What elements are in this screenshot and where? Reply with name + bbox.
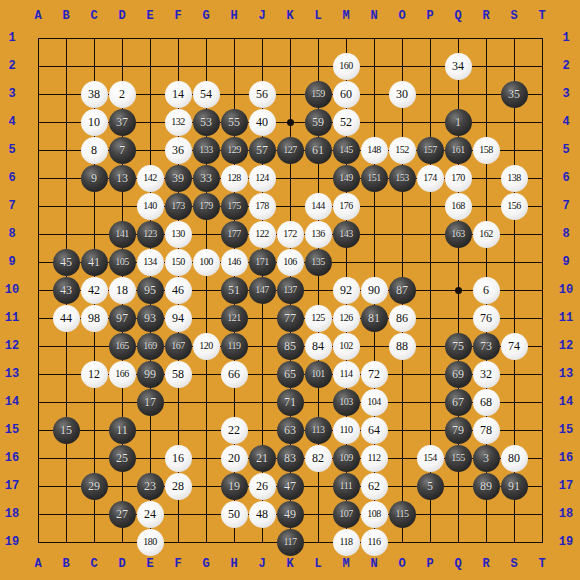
stone-D10[interactable]: 18 (109, 277, 136, 304)
stone-G3[interactable]: 54 (193, 81, 220, 108)
stone-F5[interactable]: 36 (165, 137, 192, 164)
stone-R17[interactable]: 89 (473, 473, 500, 500)
stone-M14[interactable]: 103 (333, 389, 360, 416)
stone-N19[interactable]: 116 (361, 529, 388, 556)
stone-H12[interactable]: 119 (221, 333, 248, 360)
stone-Q5[interactable]: 161 (445, 137, 472, 164)
stone-R14[interactable]: 68 (473, 389, 500, 416)
stone-J17[interactable]: 26 (249, 473, 276, 500)
stone-O6[interactable]: 153 (389, 165, 416, 192)
coordinate-label-row: 18 (553, 500, 579, 528)
stone-F8[interactable]: 130 (165, 221, 192, 248)
stone-L7[interactable]: 144 (305, 193, 332, 220)
stone-N14[interactable]: 104 (361, 389, 388, 416)
stone-L8[interactable]: 136 (305, 221, 332, 248)
stone-H16[interactable]: 20 (221, 445, 248, 472)
stone-M2[interactable]: 160 (333, 53, 360, 80)
stone-N11[interactable]: 81 (361, 305, 388, 332)
coordinate-label-row: 4 (553, 108, 579, 136)
coordinate-label-row: 2 (0, 52, 25, 80)
stone-N6[interactable]: 151 (361, 165, 388, 192)
coordinate-label-row: 16 (0, 444, 25, 472)
coordinate-label-row: 3 (0, 80, 25, 108)
stone-O11[interactable]: 86 (389, 305, 416, 332)
stone-D15[interactable]: 11 (109, 417, 136, 444)
coordinate-label-row: 14 (553, 388, 579, 416)
coordinate-label-row: 7 (553, 192, 579, 220)
stone-R10[interactable]: 6 (473, 277, 500, 304)
stone-Q14[interactable]: 67 (445, 389, 472, 416)
stone-N18[interactable]: 108 (361, 501, 388, 528)
coordinate-label-row: 11 (553, 304, 579, 332)
stone-Q6[interactable]: 170 (445, 165, 472, 192)
stone-L9[interactable]: 135 (305, 249, 332, 276)
stone-D16[interactable]: 25 (109, 445, 136, 472)
stone-H15[interactable]: 22 (221, 417, 248, 444)
stone-H18[interactable]: 50 (221, 501, 248, 528)
stone-H17[interactable]: 19 (221, 473, 248, 500)
coordinate-label-row: 5 (553, 136, 579, 164)
coordinate-label-row: 3 (553, 80, 579, 108)
stone-C9[interactable]: 41 (81, 249, 108, 276)
stone-L12[interactable]: 84 (305, 333, 332, 360)
stone-E14[interactable]: 17 (137, 389, 164, 416)
stone-M18[interactable]: 107 (333, 501, 360, 528)
stone-K11[interactable]: 77 (277, 305, 304, 332)
stone-L11[interactable]: 125 (305, 305, 332, 332)
coordinate-label-row: 8 (553, 220, 579, 248)
stone-R13[interactable]: 32 (473, 361, 500, 388)
stone-K15[interactable]: 63 (277, 417, 304, 444)
stone-L16[interactable]: 82 (305, 445, 332, 472)
stone-E7[interactable]: 140 (137, 193, 164, 220)
stone-C11[interactable]: 98 (81, 305, 108, 332)
stone-F9[interactable]: 150 (165, 249, 192, 276)
stone-L13[interactable]: 101 (305, 361, 332, 388)
stone-B9[interactable]: 45 (53, 249, 80, 276)
coordinate-label-row: 10 (553, 276, 579, 304)
coordinate-label-row: 6 (553, 164, 579, 192)
stone-Q15[interactable]: 79 (445, 417, 472, 444)
coordinate-label-row: 13 (553, 360, 579, 388)
stone-R8[interactable]: 162 (473, 221, 500, 248)
stone-F11[interactable]: 94 (165, 305, 192, 332)
stone-H11[interactable]: 121 (221, 305, 248, 332)
stone-F13[interactable]: 58 (165, 361, 192, 388)
stone-M10[interactable]: 92 (333, 277, 360, 304)
coordinate-label-row: 11 (0, 304, 25, 332)
row-labels-left: 12345678910111213141516171819 (0, 24, 25, 556)
stone-N17[interactable]: 62 (361, 473, 388, 500)
stone-H9[interactable]: 146 (221, 249, 248, 276)
stone-N15[interactable]: 64 (361, 417, 388, 444)
stone-F10[interactable]: 46 (165, 277, 192, 304)
coordinate-label-row: 6 (0, 164, 25, 192)
stone-E6[interactable]: 142 (137, 165, 164, 192)
stone-E9[interactable]: 134 (137, 249, 164, 276)
stone-M11[interactable]: 126 (333, 305, 360, 332)
stone-L5[interactable]: 61 (305, 137, 332, 164)
stone-K12[interactable]: 85 (277, 333, 304, 360)
stone-M8[interactable]: 143 (333, 221, 360, 248)
stone-K16[interactable]: 83 (277, 445, 304, 472)
stone-Q4[interactable]: 1 (445, 109, 472, 136)
row-labels-right: 12345678910111213141516171819 (553, 24, 579, 556)
stone-F6[interactable]: 39 (165, 165, 192, 192)
stone-C17[interactable]: 29 (81, 473, 108, 500)
stone-L15[interactable]: 113 (305, 417, 332, 444)
stone-D4[interactable]: 37 (109, 109, 136, 136)
stone-D18[interactable]: 27 (109, 501, 136, 528)
coordinate-label-row: 8 (0, 220, 25, 248)
stone-M4[interactable]: 52 (333, 109, 360, 136)
stone-E13[interactable]: 99 (137, 361, 164, 388)
stone-D13[interactable]: 166 (109, 361, 136, 388)
stone-M12[interactable]: 102 (333, 333, 360, 360)
stone-O10[interactable]: 87 (389, 277, 416, 304)
stone-R15[interactable]: 78 (473, 417, 500, 444)
stone-O12[interactable]: 88 (389, 333, 416, 360)
coordinate-label-row: 9 (553, 248, 579, 276)
stone-J3[interactable]: 56 (249, 81, 276, 108)
stone-H7[interactable]: 175 (221, 193, 248, 220)
stone-H8[interactable]: 177 (221, 221, 248, 248)
stone-G7[interactable]: 179 (193, 193, 220, 220)
stone-K18[interactable]: 49 (277, 501, 304, 528)
stone-H6[interactable]: 128 (221, 165, 248, 192)
stone-C5[interactable]: 8 (81, 137, 108, 164)
stone-E10[interactable]: 95 (137, 277, 164, 304)
stone-J16[interactable]: 21 (249, 445, 276, 472)
coordinate-label-row: 4 (0, 108, 25, 136)
stone-E17[interactable]: 23 (137, 473, 164, 500)
coordinate-label-row: 16 (553, 444, 579, 472)
stone-D12[interactable]: 165 (109, 333, 136, 360)
stone-J10[interactable]: 147 (249, 277, 276, 304)
stone-C4[interactable]: 10 (81, 109, 108, 136)
stone-E18[interactable]: 24 (137, 501, 164, 528)
stone-F3[interactable]: 14 (165, 81, 192, 108)
stone-C3[interactable]: 38 (81, 81, 108, 108)
stone-N13[interactable]: 72 (361, 361, 388, 388)
stone-M17[interactable]: 111 (333, 473, 360, 500)
stone-J7[interactable]: 178 (249, 193, 276, 220)
stone-D6[interactable]: 13 (109, 165, 136, 192)
coordinate-label-row: 7 (0, 192, 25, 220)
stone-J6[interactable]: 124 (249, 165, 276, 192)
stone-P5[interactable]: 157 (417, 137, 444, 164)
coordinate-label-row: 19 (553, 528, 579, 556)
stone-B10[interactable]: 43 (53, 277, 80, 304)
coordinate-label-row: 18 (0, 500, 25, 528)
stone-M7[interactable]: 176 (333, 193, 360, 220)
coordinate-label-row: 5 (0, 136, 25, 164)
stone-K13[interactable]: 65 (277, 361, 304, 388)
stone-L3[interactable]: 159 (305, 81, 332, 108)
stone-D11[interactable]: 97 (109, 305, 136, 332)
coordinate-label-row: 9 (0, 248, 25, 276)
stone-S17[interactable]: 91 (501, 473, 528, 500)
stone-D8[interactable]: 141 (109, 221, 136, 248)
stone-S16[interactable]: 80 (501, 445, 528, 472)
stone-R16[interactable]: 3 (473, 445, 500, 472)
stone-M15[interactable]: 110 (333, 417, 360, 444)
stone-E19[interactable]: 180 (137, 529, 164, 556)
stone-K19[interactable]: 117 (277, 529, 304, 556)
go-board: ABCDEFGHJKLMNOPQRST ABCDEFGHJKLMNOPQRST … (0, 0, 580, 580)
stone-J8[interactable]: 122 (249, 221, 276, 248)
stone-H4[interactable]: 55 (221, 109, 248, 136)
stone-C6[interactable]: 9 (81, 165, 108, 192)
stone-H10[interactable]: 51 (221, 277, 248, 304)
coordinate-label-row: 17 (0, 472, 25, 500)
stone-P17[interactable]: 5 (417, 473, 444, 500)
stone-Q8[interactable]: 163 (445, 221, 472, 248)
stone-J9[interactable]: 171 (249, 249, 276, 276)
stone-O5[interactable]: 152 (389, 137, 416, 164)
stone-P6[interactable]: 174 (417, 165, 444, 192)
stone-D9[interactable]: 105 (109, 249, 136, 276)
stone-K17[interactable]: 47 (277, 473, 304, 500)
stone-R5[interactable]: 158 (473, 137, 500, 164)
stone-Q16[interactable]: 155 (445, 445, 472, 472)
stone-K8[interactable]: 172 (277, 221, 304, 248)
coordinate-label-row: 17 (553, 472, 579, 500)
coordinate-label-row: 15 (0, 416, 25, 444)
stone-S6[interactable]: 138 (501, 165, 528, 192)
stone-M6[interactable]: 149 (333, 165, 360, 192)
stone-H13[interactable]: 66 (221, 361, 248, 388)
stone-E8[interactable]: 123 (137, 221, 164, 248)
stone-L4[interactable]: 59 (305, 109, 332, 136)
stone-M3[interactable]: 60 (333, 81, 360, 108)
stone-P16[interactable]: 154 (417, 445, 444, 472)
stone-O18[interactable]: 115 (389, 501, 416, 528)
stone-M5[interactable]: 145 (333, 137, 360, 164)
stone-G12[interactable]: 120 (193, 333, 220, 360)
stone-S7[interactable]: 156 (501, 193, 528, 220)
stone-M13[interactable]: 114 (333, 361, 360, 388)
stone-H5[interactable]: 129 (221, 137, 248, 164)
stone-F7[interactable]: 173 (165, 193, 192, 220)
stone-G4[interactable]: 53 (193, 109, 220, 136)
coordinate-label-row: 1 (0, 24, 25, 52)
coordinate-label-row: 19 (0, 528, 25, 556)
stone-N10[interactable]: 90 (361, 277, 388, 304)
coordinate-label-row: 15 (553, 416, 579, 444)
stone-J4[interactable]: 40 (249, 109, 276, 136)
stone-M16[interactable]: 109 (333, 445, 360, 472)
coordinate-label-row: 12 (553, 332, 579, 360)
stone-K5[interactable]: 127 (277, 137, 304, 164)
stone-K9[interactable]: 106 (277, 249, 304, 276)
stone-Q13[interactable]: 69 (445, 361, 472, 388)
stone-F17[interactable]: 28 (165, 473, 192, 500)
stone-N16[interactable]: 112 (361, 445, 388, 472)
stone-C13[interactable]: 12 (81, 361, 108, 388)
stone-B15[interactable]: 15 (53, 417, 80, 444)
stone-F4[interactable]: 132 (165, 109, 192, 136)
stone-Q12[interactable]: 75 (445, 333, 472, 360)
coordinate-label-row: 13 (0, 360, 25, 388)
stone-G6[interactable]: 33 (193, 165, 220, 192)
stone-R12[interactable]: 73 (473, 333, 500, 360)
stone-D3[interactable]: 2 (109, 81, 136, 108)
stone-F16[interactable]: 16 (165, 445, 192, 472)
stone-M19[interactable]: 118 (333, 529, 360, 556)
stone-K14[interactable]: 71 (277, 389, 304, 416)
stone-S3[interactable]: 35 (501, 81, 528, 108)
stone-S12[interactable]: 74 (501, 333, 528, 360)
stone-O3[interactable]: 30 (389, 81, 416, 108)
stone-E12[interactable]: 169 (137, 333, 164, 360)
stone-F12[interactable]: 167 (165, 333, 192, 360)
stone-J18[interactable]: 48 (249, 501, 276, 528)
stone-D5[interactable]: 7 (109, 137, 136, 164)
stone-R11[interactable]: 76 (473, 305, 500, 332)
stone-J5[interactable]: 57 (249, 137, 276, 164)
stone-G5[interactable]: 133 (193, 137, 220, 164)
stone-B11[interactable]: 44 (53, 305, 80, 332)
stone-E11[interactable]: 93 (137, 305, 164, 332)
coordinate-label-row: 12 (0, 332, 25, 360)
coordinate-label-row: 14 (0, 388, 25, 416)
stone-N5[interactable]: 148 (361, 137, 388, 164)
stone-Q7[interactable]: 168 (445, 193, 472, 220)
coordinate-label-row: 1 (553, 24, 579, 52)
stone-G9[interactable]: 100 (193, 249, 220, 276)
stone-Q2[interactable]: 34 (445, 53, 472, 80)
stone-K10[interactable]: 137 (277, 277, 304, 304)
stone-C10[interactable]: 42 (81, 277, 108, 304)
coordinate-label-row: 2 (553, 52, 579, 80)
coordinate-label-row: 10 (0, 276, 25, 304)
stones-layer: 1603438214545615960303510371325355405952… (24, 24, 556, 556)
